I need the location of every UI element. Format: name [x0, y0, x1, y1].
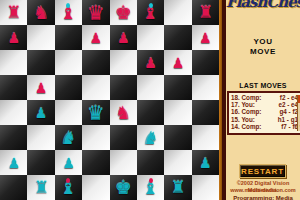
- piece-teal-rook[interactable]: ♜: [170, 179, 185, 196]
- square-a3[interactable]: [0, 125, 27, 150]
- square-e6[interactable]: [110, 50, 137, 75]
- square-f2[interactable]: [137, 150, 164, 175]
- square-e1[interactable]: ♚: [110, 175, 137, 200]
- square-a4[interactable]: [0, 100, 27, 125]
- move-squares: f7 - f6: [281, 123, 298, 130]
- move-list[interactable]: ▲ ▼ 18. Comp:f2 - e417. You:e2 - e416. C…: [227, 91, 300, 135]
- square-b7[interactable]: [27, 25, 54, 50]
- piece-teal-pawn[interactable]: ♟: [7, 156, 20, 170]
- square-b2[interactable]: [27, 150, 54, 175]
- piece-pink-pawn[interactable]: ♟: [144, 56, 157, 70]
- piece-teal-knight[interactable]: ♞: [60, 129, 76, 147]
- logo-clip: FlashChess: [226, 0, 300, 19]
- square-h4[interactable]: [192, 100, 219, 125]
- square-e5[interactable]: [110, 75, 137, 100]
- square-c6[interactable]: [55, 50, 82, 75]
- square-c1[interactable]: ♝: [55, 175, 82, 200]
- move-row-2: 16. Comp:g4 - f2: [231, 108, 298, 115]
- square-g7[interactable]: [164, 25, 191, 50]
- square-e8[interactable]: ♚: [110, 0, 137, 25]
- square-h7[interactable]: ♟: [192, 25, 219, 50]
- square-c4[interactable]: [55, 100, 82, 125]
- piece-pink-bishop[interactable]: ♝: [142, 3, 159, 22]
- side-panel: FlashChess YOU MOVE LAST MOVES ▲ ▼ 18. C…: [226, 0, 300, 200]
- square-h1[interactable]: [192, 175, 219, 200]
- square-g8[interactable]: [164, 0, 191, 25]
- move-row-0: 18. Comp:f2 - e4: [231, 94, 298, 101]
- square-d5[interactable]: [82, 75, 109, 100]
- chess-board[interactable]: ♜♞♝♛♚♝♜♟♟♟♟♟♟♟♟♛♞♞♞♟♟♟♜♝♚♝♜: [0, 0, 219, 200]
- piece-teal-bishop[interactable]: ♝: [142, 178, 159, 197]
- piece-teal-rook[interactable]: ♜: [33, 179, 48, 196]
- square-c5[interactable]: [55, 75, 82, 100]
- turn-status-line2: MOVE: [226, 47, 300, 57]
- square-d4[interactable]: ♛: [82, 100, 109, 125]
- piece-teal-pawn[interactable]: ♟: [62, 156, 75, 170]
- scroll-down-icon[interactable]: ▼: [298, 123, 300, 131]
- square-f4[interactable]: [137, 100, 164, 125]
- square-c2[interactable]: ♟: [55, 150, 82, 175]
- square-b3[interactable]: [27, 125, 54, 150]
- bishop-contrast-tip: [66, 178, 70, 183]
- move-row-1: 17. You:e2 - e4: [231, 101, 298, 108]
- move-list-scrollbar[interactable]: ▲ ▼: [297, 95, 300, 131]
- piece-pink-knight[interactable]: ♞: [33, 4, 49, 22]
- piece-teal-queen[interactable]: ♛: [87, 103, 105, 123]
- piece-teal-pawn[interactable]: ♟: [35, 106, 48, 120]
- move-player: 15. You:: [231, 116, 255, 123]
- square-e7[interactable]: ♟: [110, 25, 137, 50]
- piece-pink-pawn[interactable]: ♟: [7, 31, 20, 45]
- bishop-contrast-tip: [149, 3, 153, 8]
- restart-button[interactable]: RESTART: [239, 164, 286, 178]
- piece-pink-queen[interactable]: ♛: [87, 3, 105, 23]
- bishop-contrast-tip: [149, 178, 153, 183]
- move-row-3: 15. You:h1 - g1: [231, 116, 298, 123]
- square-g4[interactable]: [164, 100, 191, 125]
- move-row-4: 14. Comp:f7 - f6: [231, 123, 298, 130]
- square-d3[interactable]: [82, 125, 109, 150]
- square-f6[interactable]: ♟: [137, 50, 164, 75]
- piece-pink-rook[interactable]: ♜: [198, 4, 213, 21]
- square-a8[interactable]: ♜: [0, 0, 27, 25]
- square-f1[interactable]: ♝: [137, 175, 164, 200]
- flashchess-logo: FlashChess: [226, 0, 300, 11]
- piece-teal-bishop[interactable]: ♝: [60, 178, 77, 197]
- square-g1[interactable]: ♜: [164, 175, 191, 200]
- move-player: 16. Comp:: [231, 108, 261, 115]
- square-a7[interactable]: ♟: [0, 25, 27, 50]
- piece-pink-rook[interactable]: ♜: [6, 4, 21, 21]
- square-b1[interactable]: ♜: [27, 175, 54, 200]
- square-d2[interactable]: [82, 150, 109, 175]
- move-player: 14. Comp:: [231, 123, 261, 130]
- square-f8[interactable]: ♝: [137, 0, 164, 25]
- square-b5[interactable]: ♟: [27, 75, 54, 100]
- square-d1[interactable]: [82, 175, 109, 200]
- square-a6[interactable]: [0, 50, 27, 75]
- copyright-line2: www.media-division.com: [226, 187, 300, 194]
- square-g6[interactable]: ♟: [164, 50, 191, 75]
- piece-pink-pawn[interactable]: ♟: [90, 31, 103, 45]
- square-g3[interactable]: [164, 125, 191, 150]
- square-h5[interactable]: [192, 75, 219, 100]
- square-c7[interactable]: [55, 25, 82, 50]
- square-c3[interactable]: ♞: [55, 125, 82, 150]
- square-g5[interactable]: [164, 75, 191, 100]
- move-squares: f2 - e4: [280, 94, 298, 101]
- square-g2[interactable]: [164, 150, 191, 175]
- piece-pink-pawn[interactable]: ♟: [117, 31, 130, 45]
- square-d6[interactable]: [82, 50, 109, 75]
- square-f5[interactable]: [137, 75, 164, 100]
- square-h8[interactable]: ♜: [192, 0, 219, 25]
- move-player: 18. Comp:: [231, 94, 261, 101]
- credit-partial-line: Programming: Media Division: [226, 195, 300, 200]
- piece-teal-pawn[interactable]: ♟: [199, 156, 212, 170]
- move-squares: g4 - f2: [279, 108, 298, 115]
- square-h2[interactable]: ♟: [192, 150, 219, 175]
- square-f7[interactable]: [137, 25, 164, 50]
- move-player: 17. You:: [231, 101, 255, 108]
- piece-pink-knight[interactable]: ♞: [115, 104, 131, 122]
- turn-status-line1: YOU: [226, 37, 300, 47]
- square-a5[interactable]: [0, 75, 27, 100]
- square-a2[interactable]: ♟: [0, 150, 27, 175]
- last-moves-heading: LAST MOVES: [226, 82, 300, 89]
- square-d8[interactable]: ♛: [82, 0, 109, 25]
- square-h3[interactable]: [192, 125, 219, 150]
- square-e4[interactable]: ♞: [110, 100, 137, 125]
- piece-teal-king[interactable]: ♚: [115, 178, 132, 197]
- piece-pink-pawn[interactable]: ♟: [172, 56, 185, 70]
- piece-pink-king[interactable]: ♚: [115, 3, 132, 22]
- scroll-up-icon[interactable]: ▲: [298, 95, 300, 103]
- move-squares: e2 - e4: [278, 101, 298, 108]
- square-h6[interactable]: [192, 50, 219, 75]
- square-b8[interactable]: ♞: [27, 0, 54, 25]
- square-e2[interactable]: [110, 150, 137, 175]
- square-b6[interactable]: [27, 50, 54, 75]
- square-a1[interactable]: [0, 175, 27, 200]
- piece-pink-pawn[interactable]: ♟: [35, 81, 48, 95]
- square-e3[interactable]: [110, 125, 137, 150]
- piece-pink-bishop[interactable]: ♝: [60, 3, 77, 22]
- turn-status: YOU MOVE: [226, 37, 300, 57]
- square-f3[interactable]: ♞: [137, 125, 164, 150]
- move-squares: h1 - g1: [278, 116, 298, 123]
- bishop-contrast-tip: [66, 3, 70, 8]
- square-b4[interactable]: ♟: [27, 100, 54, 125]
- square-d7[interactable]: ♟: [82, 25, 109, 50]
- piece-pink-pawn[interactable]: ♟: [199, 31, 212, 45]
- piece-teal-knight[interactable]: ♞: [142, 129, 158, 147]
- square-c8[interactable]: ♝: [55, 0, 82, 25]
